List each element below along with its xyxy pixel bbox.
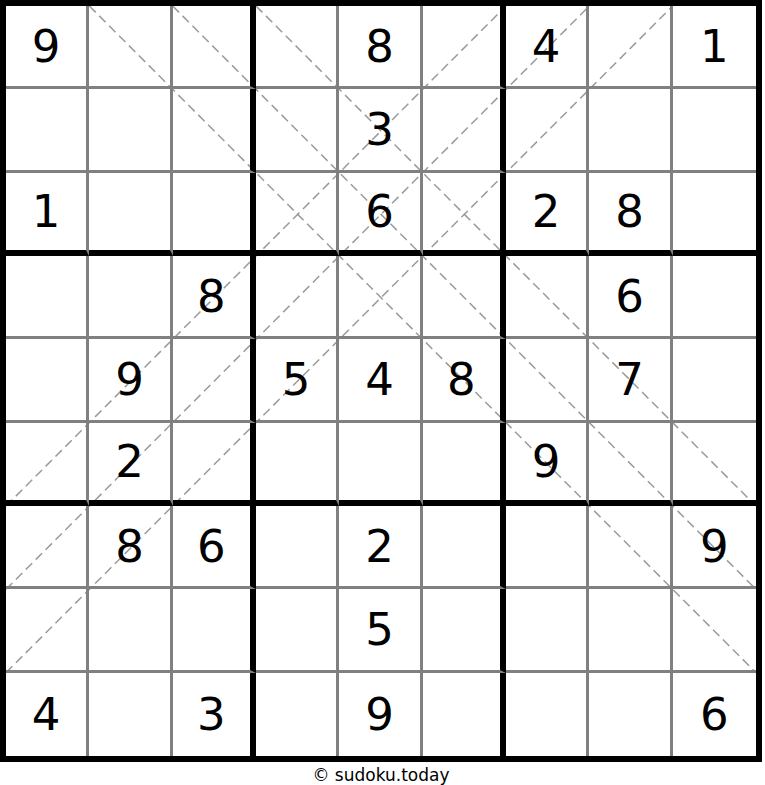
cell-r1c2[interactable]: [89, 6, 172, 89]
cell-r4c5[interactable]: [339, 256, 422, 339]
cell-r2c5: 3: [339, 89, 422, 172]
cell-r3c3[interactable]: [173, 173, 256, 256]
cell-r6c1[interactable]: [6, 423, 89, 506]
cell-r7c8[interactable]: [589, 506, 672, 589]
cell-r6c9[interactable]: [673, 423, 756, 506]
cell-r1c1: 9: [6, 6, 89, 89]
cell-r9c6[interactable]: [423, 673, 506, 756]
cell-r2c7[interactable]: [506, 89, 589, 172]
cell-r4c9[interactable]: [673, 256, 756, 339]
cell-r7c5: 2: [339, 506, 422, 589]
cell-r8c6[interactable]: [423, 589, 506, 672]
cell-r6c4[interactable]: [256, 423, 339, 506]
cell-r3c2[interactable]: [89, 173, 172, 256]
sudoku-board: 984131628869548729862954396: [0, 0, 762, 762]
cell-r4c1[interactable]: [6, 256, 89, 339]
cell-r9c5: 9: [339, 673, 422, 756]
cell-r4c8: 6: [589, 256, 672, 339]
cell-r4c4[interactable]: [256, 256, 339, 339]
cell-r2c2[interactable]: [89, 89, 172, 172]
cell-r9c7[interactable]: [506, 673, 589, 756]
cell-r2c4[interactable]: [256, 89, 339, 172]
cell-r5c4: 5: [256, 339, 339, 422]
cell-r4c3: 8: [173, 256, 256, 339]
cell-r9c8[interactable]: [589, 673, 672, 756]
cell-r5c2: 9: [89, 339, 172, 422]
credit-text: © sudoku.today: [0, 765, 762, 785]
cell-r7c6[interactable]: [423, 506, 506, 589]
cell-r7c4[interactable]: [256, 506, 339, 589]
cell-r8c7[interactable]: [506, 589, 589, 672]
cell-r8c5: 5: [339, 589, 422, 672]
cell-r6c7: 9: [506, 423, 589, 506]
cell-r3c8: 8: [589, 173, 672, 256]
cell-r5c1[interactable]: [6, 339, 89, 422]
cell-r3c5: 6: [339, 173, 422, 256]
cell-r8c4[interactable]: [256, 589, 339, 672]
cell-r6c5[interactable]: [339, 423, 422, 506]
cell-r8c8[interactable]: [589, 589, 672, 672]
cell-r9c4[interactable]: [256, 673, 339, 756]
cell-r1c4[interactable]: [256, 6, 339, 89]
cell-r1c3[interactable]: [173, 6, 256, 89]
cell-r3c4[interactable]: [256, 173, 339, 256]
cell-r2c9[interactable]: [673, 89, 756, 172]
cell-r2c1[interactable]: [6, 89, 89, 172]
cell-r8c2[interactable]: [89, 589, 172, 672]
cell-r5c7[interactable]: [506, 339, 589, 422]
cell-r3c7: 2: [506, 173, 589, 256]
cell-r8c3[interactable]: [173, 589, 256, 672]
cell-r5c3[interactable]: [173, 339, 256, 422]
cell-r1c7: 4: [506, 6, 589, 89]
cell-r2c6[interactable]: [423, 89, 506, 172]
cell-r3c6[interactable]: [423, 173, 506, 256]
cell-r9c2[interactable]: [89, 673, 172, 756]
cell-r4c6[interactable]: [423, 256, 506, 339]
cell-r5c8: 7: [589, 339, 672, 422]
cell-r3c9[interactable]: [673, 173, 756, 256]
cell-r6c6[interactable]: [423, 423, 506, 506]
sudoku-page: 984131628869548729862954396 © sudoku.tod…: [0, 0, 765, 785]
cell-r7c7[interactable]: [506, 506, 589, 589]
cell-r9c9: 6: [673, 673, 756, 756]
cell-r6c8[interactable]: [589, 423, 672, 506]
cell-r1c8[interactable]: [589, 6, 672, 89]
cell-r1c9: 1: [673, 6, 756, 89]
cell-r5c5: 4: [339, 339, 422, 422]
cell-r8c9[interactable]: [673, 589, 756, 672]
cell-r7c3: 6: [173, 506, 256, 589]
cell-r9c1: 4: [6, 673, 89, 756]
cell-r6c2: 2: [89, 423, 172, 506]
cell-r6c3[interactable]: [173, 423, 256, 506]
cell-r4c7[interactable]: [506, 256, 589, 339]
cell-r7c2: 8: [89, 506, 172, 589]
cell-r8c1[interactable]: [6, 589, 89, 672]
cell-r5c6: 8: [423, 339, 506, 422]
cell-r4c2[interactable]: [89, 256, 172, 339]
cell-r2c3[interactable]: [173, 89, 256, 172]
cell-r3c1: 1: [6, 173, 89, 256]
cell-r7c9: 9: [673, 506, 756, 589]
cell-r9c3: 3: [173, 673, 256, 756]
cell-r1c6[interactable]: [423, 6, 506, 89]
cell-r5c9[interactable]: [673, 339, 756, 422]
cell-r1c5: 8: [339, 6, 422, 89]
cell-r7c1[interactable]: [6, 506, 89, 589]
cell-r2c8[interactable]: [589, 89, 672, 172]
